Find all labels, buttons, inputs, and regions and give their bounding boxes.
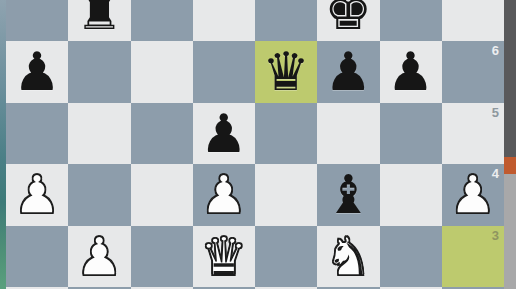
square-h3[interactable]: 3 — [442, 226, 504, 288]
square-a3[interactable] — [6, 226, 68, 288]
black-queen-e6[interactable]: ♛ — [262, 45, 310, 98]
square-h6[interactable]: 6 — [442, 41, 504, 103]
square-h4[interactable]: 4♟ — [442, 164, 504, 226]
square-e5[interactable] — [255, 103, 317, 165]
square-g4[interactable] — [380, 164, 442, 226]
rank-label-5: 5 — [492, 105, 499, 120]
square-e6[interactable]: ♛ — [255, 41, 317, 103]
square-d7[interactable] — [193, 0, 255, 41]
square-g6[interactable]: ♟ — [380, 41, 442, 103]
white-pawn-d4[interactable]: ♟ — [200, 168, 248, 221]
square-d4[interactable]: ♟ — [193, 164, 255, 226]
square-d5[interactable]: ♟ — [193, 103, 255, 165]
square-g3[interactable] — [380, 226, 442, 288]
square-h7[interactable] — [442, 0, 504, 41]
square-f5[interactable] — [317, 103, 379, 165]
black-bishop-f4[interactable]: ♝ — [325, 168, 373, 221]
square-g5[interactable] — [380, 103, 442, 165]
square-b4[interactable] — [68, 164, 130, 226]
square-f3[interactable]: ♞ — [317, 226, 379, 288]
square-b3[interactable]: ♟ — [68, 226, 130, 288]
eval-white-segment — [504, 174, 516, 289]
black-pawn-a6[interactable]: ♟ — [13, 45, 61, 98]
square-b5[interactable] — [68, 103, 130, 165]
square-c3[interactable] — [131, 226, 193, 288]
square-d3[interactable]: ♛ — [193, 226, 255, 288]
square-f7[interactable]: ♚ — [317, 0, 379, 41]
square-d6[interactable] — [193, 41, 255, 103]
white-queen-d3[interactable]: ♛ — [200, 230, 248, 283]
eval-black-segment — [504, 0, 516, 157]
square-c7[interactable] — [131, 0, 193, 41]
square-e7[interactable] — [255, 0, 317, 41]
square-c4[interactable] — [131, 164, 193, 226]
white-pawn-h4[interactable]: ♟ — [449, 168, 497, 221]
square-b6[interactable] — [68, 41, 130, 103]
black-pawn-g6[interactable]: ♟ — [387, 45, 435, 98]
rank-label-6: 6 — [492, 43, 499, 58]
white-pawn-a4[interactable]: ♟ — [13, 168, 61, 221]
square-h5[interactable]: 5 — [442, 103, 504, 165]
square-e3[interactable] — [255, 226, 317, 288]
square-b7[interactable]: ♜ — [68, 0, 130, 41]
rank-label-3: 3 — [492, 228, 499, 243]
black-king-f7[interactable]: ♚ — [325, 0, 373, 37]
square-f6[interactable]: ♟ — [317, 41, 379, 103]
chess-board[interactable]: ♜♚♟♛♟♟6♟5♟♟♝4♟♟♛♞3 — [6, 0, 504, 289]
square-g7[interactable] — [380, 0, 442, 41]
square-a7[interactable] — [6, 0, 68, 41]
square-c5[interactable] — [131, 103, 193, 165]
square-e4[interactable] — [255, 164, 317, 226]
evaluation-bar — [504, 0, 516, 289]
black-rook-b7[interactable]: ♜ — [76, 0, 124, 37]
square-f4[interactable]: ♝ — [317, 164, 379, 226]
white-pawn-b3[interactable]: ♟ — [76, 230, 124, 283]
black-pawn-d5[interactable]: ♟ — [200, 107, 248, 160]
white-knight-f3[interactable]: ♞ — [325, 230, 373, 283]
eval-marker — [504, 157, 516, 174]
square-a4[interactable]: ♟ — [6, 164, 68, 226]
black-pawn-f6[interactable]: ♟ — [325, 45, 373, 98]
square-c6[interactable] — [131, 41, 193, 103]
square-a5[interactable] — [6, 103, 68, 165]
square-a6[interactable]: ♟ — [6, 41, 68, 103]
chess-app-screenshot: ♜♚♟♛♟♟6♟5♟♟♝4♟♟♛♞3 — [0, 0, 516, 289]
